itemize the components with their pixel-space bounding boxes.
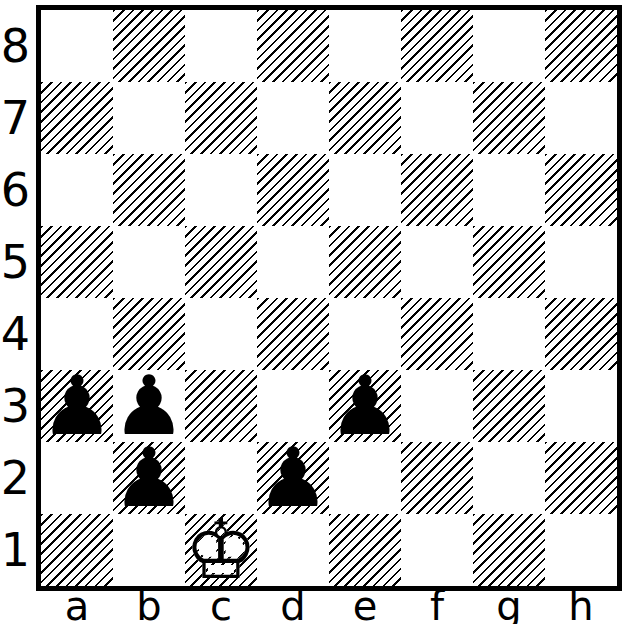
square-e3[interactable]: ♟ [329,370,401,442]
square-f5[interactable] [401,226,473,298]
rank-label-2: 2 [0,442,34,514]
rank-label-4: 4 [0,298,34,370]
square-b7[interactable] [113,82,185,154]
square-h3[interactable] [545,370,617,442]
square-h7[interactable] [545,82,617,154]
square-h8[interactable] [545,10,617,82]
rank-labels: 87654321 [0,10,34,586]
square-c4[interactable] [185,298,257,370]
square-d8[interactable] [257,10,329,82]
square-g7[interactable] [473,82,545,154]
square-g4[interactable] [473,298,545,370]
file-label-f: f [401,588,473,624]
black-pawn-glyph: ♟ [256,430,330,525]
rank-label-7: 7 [0,82,34,154]
white-king-c1: ♚♔ [184,509,258,591]
square-b2[interactable]: ♟ [113,442,185,514]
square-g3[interactable] [473,370,545,442]
square-a3[interactable]: ♟ [41,370,113,442]
chess-board: ♟♟♟♟♟♚♔ [36,5,622,591]
chess-diagram-page: 87654321 ♟♟♟♟♟♚♔ abcdefgh [0,0,624,624]
square-c8[interactable] [185,10,257,82]
square-c6[interactable] [185,154,257,226]
square-e7[interactable] [329,82,401,154]
square-d4[interactable] [257,298,329,370]
square-b5[interactable] [113,226,185,298]
square-c1[interactable]: ♚♔ [185,514,257,586]
square-h4[interactable] [545,298,617,370]
square-a5[interactable] [41,226,113,298]
file-labels: abcdefgh [41,588,617,624]
square-c5[interactable] [185,226,257,298]
square-f6[interactable] [401,154,473,226]
square-c7[interactable] [185,82,257,154]
file-label-e: e [329,588,401,624]
rank-label-6: 6 [0,154,34,226]
square-h6[interactable] [545,154,617,226]
square-f2[interactable] [401,442,473,514]
black-pawn-glyph: ♟ [112,430,186,525]
rank-label-5: 5 [0,226,34,298]
square-h2[interactable] [545,442,617,514]
square-d2[interactable]: ♟ [257,442,329,514]
file-label-d: d [257,588,329,624]
file-label-g: g [473,588,545,624]
square-e5[interactable] [329,226,401,298]
black-pawn-e3: ♟ [328,365,402,447]
square-g1[interactable] [473,514,545,586]
file-label-b: b [113,588,185,624]
square-g5[interactable] [473,226,545,298]
rank-label-1: 1 [0,514,34,586]
rank-label-8: 8 [0,10,34,82]
black-pawn-d2: ♟ [256,437,330,519]
square-a6[interactable] [41,154,113,226]
square-g8[interactable] [473,10,545,82]
square-f4[interactable] [401,298,473,370]
square-a7[interactable] [41,82,113,154]
black-pawn-glyph: ♟ [328,358,402,453]
square-d7[interactable] [257,82,329,154]
black-pawn-glyph: ♟ [40,358,114,453]
square-e8[interactable] [329,10,401,82]
file-label-a: a [41,588,113,624]
square-f7[interactable] [401,82,473,154]
square-f8[interactable] [401,10,473,82]
square-d5[interactable] [257,226,329,298]
square-a8[interactable] [41,10,113,82]
square-b8[interactable] [113,10,185,82]
square-b6[interactable] [113,154,185,226]
rank-label-3: 3 [0,370,34,442]
square-d6[interactable] [257,154,329,226]
black-pawn-a3: ♟ [40,365,114,447]
square-f1[interactable] [401,514,473,586]
square-e1[interactable] [329,514,401,586]
file-label-c: c [185,588,257,624]
black-pawn-b2: ♟ [112,437,186,519]
square-g2[interactable] [473,442,545,514]
square-h5[interactable] [545,226,617,298]
square-a1[interactable] [41,514,113,586]
square-e6[interactable] [329,154,401,226]
square-g6[interactable] [473,154,545,226]
file-label-h: h [545,588,617,624]
square-f3[interactable] [401,370,473,442]
square-h1[interactable] [545,514,617,586]
square-c3[interactable] [185,370,257,442]
